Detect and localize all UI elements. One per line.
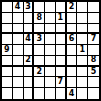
sudoku-cell-r5c3[interactable]: [24, 45, 35, 56]
sudoku-cell-r9c9: [88, 88, 99, 99]
sudoku-cell-r5c7[interactable]: [67, 45, 78, 56]
sudoku-cell-r5c9[interactable]: [88, 45, 99, 56]
sudoku-cell-r9c1[interactable]: [2, 88, 13, 99]
sudoku-cell-r6c2[interactable]: [13, 56, 24, 67]
sudoku-cell-r3c1[interactable]: [2, 24, 13, 35]
sudoku-cell-r5c6[interactable]: [56, 45, 67, 56]
sudoku-cell-r2c7[interactable]: [67, 13, 78, 24]
sudoku-cell-r1c5[interactable]: [45, 2, 56, 13]
sudoku-cell-r9c5[interactable]: [45, 88, 56, 99]
sudoku-cell-r4c6[interactable]: [56, 34, 67, 45]
sudoku-cell-r7c3[interactable]: [24, 67, 35, 78]
sudoku-cell-r6c3: 2: [24, 56, 35, 67]
sudoku-cell-r9c4[interactable]: [34, 88, 45, 99]
sudoku-cell-r2c9[interactable]: [88, 13, 99, 24]
sudoku-cell-r8c1[interactable]: [2, 77, 13, 88]
sudoku-cell-r7c9: 5: [88, 67, 99, 78]
sudoku-cell-r7c4: 2: [34, 67, 45, 78]
sudoku-cell-r6c4[interactable]: [34, 56, 45, 67]
sudoku-cell-r8c6: 7: [56, 77, 67, 88]
sudoku-cell-r1c9[interactable]: [88, 2, 99, 13]
sudoku-cell-r8c3[interactable]: [24, 77, 35, 88]
sudoku-cell-r9c7: 4: [67, 88, 78, 99]
sudoku-cell-r8c7[interactable]: [67, 77, 78, 88]
sudoku-board: 43281436791282574: [0, 0, 101, 101]
sudoku-cell-r6c6[interactable]: [56, 56, 67, 67]
sudoku-cell-r3c3[interactable]: [24, 24, 35, 35]
sudoku-cell-r2c8[interactable]: [77, 13, 88, 24]
sudoku-cell-r1c8[interactable]: [77, 2, 88, 13]
sudoku-cell-r8c5[interactable]: [45, 77, 56, 88]
sudoku-cell-r1c6[interactable]: [56, 2, 67, 13]
sudoku-cell-r1c7: 2: [67, 2, 78, 13]
sudoku-cell-r6c8[interactable]: [77, 56, 88, 67]
sudoku-cell-r3c5[interactable]: [45, 24, 56, 35]
sudoku-cell-r9c3[interactable]: [24, 88, 35, 99]
sudoku-cell-r1c1[interactable]: [2, 2, 13, 13]
sudoku-cell-r9c8[interactable]: [77, 88, 88, 99]
sudoku-cell-r8c4[interactable]: [34, 77, 45, 88]
sudoku-cell-r5c2[interactable]: [13, 45, 24, 56]
sudoku-cell-r6c5[interactable]: [45, 56, 56, 67]
sudoku-cell-r2c2[interactable]: [13, 13, 24, 24]
sudoku-cell-r4c2[interactable]: [13, 34, 24, 45]
sudoku-cell-r9c2[interactable]: [13, 88, 24, 99]
sudoku-cell-r6c1[interactable]: [2, 56, 13, 67]
sudoku-cell-r3c2[interactable]: [13, 24, 24, 35]
sudoku-cell-r5c8: 1: [77, 45, 88, 56]
sudoku-cell-r3c8[interactable]: [77, 24, 88, 35]
sudoku-cell-r4c1[interactable]: [2, 34, 13, 45]
sudoku-cell-r3c6[interactable]: [56, 24, 67, 35]
sudoku-cell-r6c7[interactable]: [67, 56, 78, 67]
sudoku-cell-r8c2[interactable]: [13, 77, 24, 88]
sudoku-cell-r7c6[interactable]: [56, 67, 67, 78]
sudoku-cell-r3c4[interactable]: [34, 24, 45, 35]
sudoku-cell-r5c4[interactable]: [34, 45, 45, 56]
sudoku-cell-r1c3: 3: [24, 2, 35, 13]
sudoku-cell-r2c4: 8: [34, 13, 45, 24]
sudoku-cell-r4c4: 3: [34, 34, 45, 45]
sudoku-cell-r3c7[interactable]: [67, 24, 78, 35]
sudoku-cell-r7c8[interactable]: [77, 67, 88, 78]
sudoku-cell-r8c9[interactable]: [88, 77, 99, 88]
sudoku-cell-r3c9[interactable]: [88, 24, 99, 35]
sudoku-cell-r5c1: 9: [2, 45, 13, 56]
sudoku-cell-r1c4[interactable]: [34, 2, 45, 13]
sudoku-cell-r5c5[interactable]: [45, 45, 56, 56]
sudoku-cell-r2c5[interactable]: [45, 13, 56, 24]
sudoku-cell-r7c1[interactable]: [2, 67, 13, 78]
sudoku-cell-r4c3: 4: [24, 34, 35, 45]
sudoku-cell-r8c8[interactable]: [77, 77, 88, 88]
sudoku-cell-r9c6[interactable]: [56, 88, 67, 99]
sudoku-cell-r2c1[interactable]: [2, 13, 13, 24]
sudoku-cell-r2c6: 1: [56, 13, 67, 24]
sudoku-cell-r4c7: 6: [67, 34, 78, 45]
sudoku-cell-r4c5[interactable]: [45, 34, 56, 45]
sudoku-cell-r6c9: 8: [88, 56, 99, 67]
sudoku-cell-r7c5[interactable]: [45, 67, 56, 78]
sudoku-cell-r7c7[interactable]: [67, 67, 78, 78]
sudoku-cell-r1c2: 4: [13, 2, 24, 13]
sudoku-cell-r4c8[interactable]: [77, 34, 88, 45]
sudoku-cell-r4c9: 7: [88, 34, 99, 45]
sudoku-cell-r7c2[interactable]: [13, 67, 24, 78]
sudoku-cell-r2c3[interactable]: [24, 13, 35, 24]
